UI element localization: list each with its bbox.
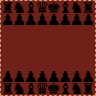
chess-board: ♜♞♝♛♚♝♞♜♟♟♟♟♟♟♟♟♟♟♟♟♟♟♟♟♜♞♝♛♚♝♞♜ xyxy=(2,2,94,94)
square-d2[interactable]: ♟ xyxy=(37,71,49,83)
square-h8[interactable]: ♜ xyxy=(83,2,95,14)
piece-black-queen-d8[interactable]: ♛ xyxy=(37,2,49,14)
square-f4[interactable] xyxy=(60,48,72,60)
square-h5[interactable] xyxy=(83,37,95,49)
square-h4[interactable] xyxy=(83,48,95,60)
piece-black-pawn-g7[interactable]: ♟ xyxy=(71,14,83,26)
square-e4[interactable] xyxy=(48,48,60,60)
piece-black-pawn-d7[interactable]: ♟ xyxy=(37,14,49,26)
square-h2[interactable]: ♟ xyxy=(83,71,95,83)
square-f6[interactable] xyxy=(60,25,72,37)
piece-black-pawn-c7[interactable]: ♟ xyxy=(25,14,37,26)
square-e7[interactable]: ♟ xyxy=(48,14,60,26)
piece-white-pawn-d2[interactable]: ♟ xyxy=(37,71,49,83)
piece-black-pawn-h7[interactable]: ♟ xyxy=(83,14,95,26)
piece-black-knight-b8[interactable]: ♞ xyxy=(14,2,26,14)
square-h6[interactable] xyxy=(83,25,95,37)
piece-black-pawn-a7[interactable]: ♟ xyxy=(2,14,14,26)
piece-white-pawn-f2[interactable]: ♟ xyxy=(60,71,72,83)
piece-black-king-e8[interactable]: ♚ xyxy=(48,2,60,14)
square-g7[interactable]: ♟ xyxy=(71,14,83,26)
square-g3[interactable] xyxy=(71,60,83,72)
piece-white-king-e1[interactable]: ♚ xyxy=(48,83,60,95)
square-f5[interactable] xyxy=(60,37,72,49)
square-d7[interactable]: ♟ xyxy=(37,14,49,26)
square-f8[interactable]: ♝ xyxy=(60,2,72,14)
square-a4[interactable] xyxy=(2,48,14,60)
piece-black-pawn-f7[interactable]: ♟ xyxy=(60,14,72,26)
square-g2[interactable]: ♟ xyxy=(71,71,83,83)
square-g4[interactable] xyxy=(71,48,83,60)
square-b5[interactable] xyxy=(14,37,26,49)
piece-black-bishop-c8[interactable]: ♝ xyxy=(25,2,37,14)
square-h1[interactable]: ♜ xyxy=(83,83,95,95)
square-f7[interactable]: ♟ xyxy=(60,14,72,26)
piece-white-rook-a1[interactable]: ♜ xyxy=(2,83,14,95)
square-d6[interactable] xyxy=(37,25,49,37)
square-e6[interactable] xyxy=(48,25,60,37)
square-f1[interactable]: ♝ xyxy=(60,83,72,95)
square-c6[interactable] xyxy=(25,25,37,37)
square-g8[interactable]: ♞ xyxy=(71,2,83,14)
square-b3[interactable] xyxy=(14,60,26,72)
square-c1[interactable]: ♝ xyxy=(25,83,37,95)
square-f3[interactable] xyxy=(60,60,72,72)
piece-white-bishop-c1[interactable]: ♝ xyxy=(25,83,37,95)
piece-white-knight-g1[interactable]: ♞ xyxy=(71,83,83,95)
piece-white-pawn-c2[interactable]: ♟ xyxy=(25,71,37,83)
square-b7[interactable]: ♟ xyxy=(14,14,26,26)
piece-black-bishop-f8[interactable]: ♝ xyxy=(60,2,72,14)
square-d1[interactable]: ♛ xyxy=(37,83,49,95)
piece-black-knight-g8[interactable]: ♞ xyxy=(71,2,83,14)
square-f2[interactable]: ♟ xyxy=(60,71,72,83)
piece-black-rook-h8[interactable]: ♜ xyxy=(83,2,95,14)
square-e3[interactable] xyxy=(48,60,60,72)
piece-white-bishop-f1[interactable]: ♝ xyxy=(60,83,72,95)
square-c7[interactable]: ♟ xyxy=(25,14,37,26)
square-b8[interactable]: ♞ xyxy=(14,2,26,14)
piece-white-rook-h1[interactable]: ♜ xyxy=(83,83,95,95)
square-d3[interactable] xyxy=(37,60,49,72)
piece-white-pawn-e2[interactable]: ♟ xyxy=(48,71,60,83)
square-d8[interactable]: ♛ xyxy=(37,2,49,14)
square-h7[interactable]: ♟ xyxy=(83,14,95,26)
square-b2[interactable]: ♟ xyxy=(14,71,26,83)
square-d5[interactable] xyxy=(37,37,49,49)
piece-white-queen-d1[interactable]: ♛ xyxy=(37,83,49,95)
square-a3[interactable] xyxy=(2,60,14,72)
piece-white-pawn-a2[interactable]: ♟ xyxy=(2,71,14,83)
square-c4[interactable] xyxy=(25,48,37,60)
square-a8[interactable]: ♜ xyxy=(2,2,14,14)
piece-black-pawn-b7[interactable]: ♟ xyxy=(14,14,26,26)
piece-white-pawn-b2[interactable]: ♟ xyxy=(14,71,26,83)
square-e1[interactable]: ♚ xyxy=(48,83,60,95)
piece-white-knight-b1[interactable]: ♞ xyxy=(14,83,26,95)
piece-white-pawn-h2[interactable]: ♟ xyxy=(83,71,95,83)
square-a6[interactable] xyxy=(2,25,14,37)
square-b6[interactable] xyxy=(14,25,26,37)
square-e5[interactable] xyxy=(48,37,60,49)
square-b4[interactable] xyxy=(14,48,26,60)
chess-board-frame: ♜♞♝♛♚♝♞♜♟♟♟♟♟♟♟♟♟♟♟♟♟♟♟♟♜♞♝♛♚♝♞♜ xyxy=(0,0,96,96)
square-b1[interactable]: ♞ xyxy=(14,83,26,95)
square-g6[interactable] xyxy=(71,25,83,37)
square-a2[interactable]: ♟ xyxy=(2,71,14,83)
square-a7[interactable]: ♟ xyxy=(2,14,14,26)
piece-black-pawn-e7[interactable]: ♟ xyxy=(48,14,60,26)
piece-white-pawn-g2[interactable]: ♟ xyxy=(71,71,83,83)
square-g1[interactable]: ♞ xyxy=(71,83,83,95)
piece-black-rook-a8[interactable]: ♜ xyxy=(2,2,14,14)
square-h3[interactable] xyxy=(83,60,95,72)
square-a5[interactable] xyxy=(2,37,14,49)
square-e8[interactable]: ♚ xyxy=(48,2,60,14)
square-d4[interactable] xyxy=(37,48,49,60)
square-c2[interactable]: ♟ xyxy=(25,71,37,83)
square-c3[interactable] xyxy=(25,60,37,72)
square-a1[interactable]: ♜ xyxy=(2,83,14,95)
square-c8[interactable]: ♝ xyxy=(25,2,37,14)
square-g5[interactable] xyxy=(71,37,83,49)
square-c5[interactable] xyxy=(25,37,37,49)
square-e2[interactable]: ♟ xyxy=(48,71,60,83)
